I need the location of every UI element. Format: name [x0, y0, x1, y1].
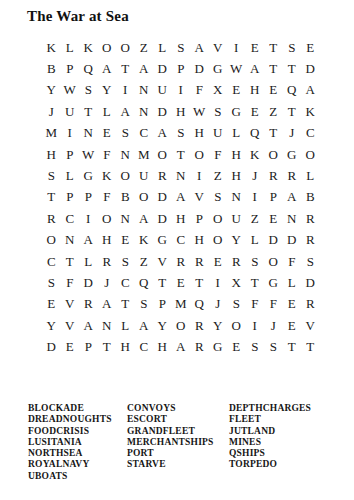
grid-cell-r11c3: L [79, 251, 98, 272]
grid-cell-r14c13: J [264, 315, 283, 336]
grid-cell-r4c2: U [61, 101, 80, 122]
grid-cell-r15c14: T [283, 336, 302, 357]
grid-cell-r10c13: D [264, 230, 283, 251]
grid-cell-r15c2: E [61, 336, 80, 357]
grid-cell-r11c8: R [172, 251, 191, 272]
word-list-column-3: DEPTHCHARGESFLEETJUTLANDMINESQSHIPSTORPE… [229, 403, 311, 471]
grid-cell-r5c9: H [190, 123, 209, 144]
grid-cell-r9c4: O [98, 208, 117, 229]
grid-cell-r13c8: M [172, 294, 191, 315]
grid-cell-r10c15: R [301, 230, 320, 251]
grid-cell-r2c11: W [227, 58, 246, 79]
grid-cell-r5c4: E [98, 123, 117, 144]
word-list-item: NORTHSEA [28, 448, 112, 459]
grid-cell-r4c12: E [246, 101, 265, 122]
grid-cell-r10c11: Y [227, 230, 246, 251]
grid-cell-r14c2: V [61, 315, 80, 336]
grid-cell-r12c11: X [227, 272, 246, 293]
grid-cell-r1c14: S [283, 37, 302, 58]
grid-cell-r5c15: C [301, 123, 320, 144]
grid-cell-r2c13: T [264, 58, 283, 79]
word-list-item: DEPTHCHARGES [229, 403, 311, 414]
grid-cell-r1c6: Z [135, 37, 154, 58]
grid-cell-r13c9: Q [190, 294, 209, 315]
grid-cell-r8c3: P [79, 187, 98, 208]
word-list-item: DREADNOUGHTS [28, 414, 112, 425]
grid-cell-r5c13: T [264, 123, 283, 144]
grid-cell-r9c3: I [79, 208, 98, 229]
grid-cell-r12c14: L [283, 272, 302, 293]
grid-cell-r13c2: V [61, 294, 80, 315]
grid-cell-r7c15: L [301, 165, 320, 186]
grid-cell-r3c3: S [79, 80, 98, 101]
grid-cell-r7c10: Z [209, 165, 228, 186]
grid-cell-r1c13: T [264, 37, 283, 58]
grid-cell-r9c13: E [264, 208, 283, 229]
grid-cell-r13c6: S [135, 294, 154, 315]
grid-cell-r9c2: C [61, 208, 80, 229]
grid-cell-r15c12: S [246, 336, 265, 357]
grid-cell-r9c11: U [227, 208, 246, 229]
grid-cell-r11c5: S [116, 251, 135, 272]
grid-cell-r3c1: Y [42, 80, 61, 101]
word-search-grid: KLKOOZLSAVIETSEBPQATADPDGWATTDYWSYINUIFX… [42, 37, 320, 358]
word-list-item: JUTLAND [229, 426, 311, 437]
grid-cell-r6c15: O [301, 144, 320, 165]
grid-cell-r6c2: P [61, 144, 80, 165]
grid-cell-r5c5: S [116, 123, 135, 144]
grid-cell-r5c8: S [172, 123, 191, 144]
grid-cell-r15c6: C [135, 336, 154, 357]
grid-cell-r2c2: P [61, 58, 80, 79]
grid-cell-r10c4: H [98, 230, 117, 251]
word-list-item: STARVE [127, 459, 214, 470]
grid-cell-r4c11: G [227, 101, 246, 122]
grid-cell-r4c6: N [135, 101, 154, 122]
grid-cell-r5c1: M [42, 123, 61, 144]
grid-cell-r1c2: L [61, 37, 80, 58]
grid-cell-r4c1: J [42, 101, 61, 122]
grid-cell-r3c9: F [190, 80, 209, 101]
grid-cell-r12c2: F [61, 272, 80, 293]
grid-cell-r8c12: I [246, 187, 265, 208]
grid-cell-r14c15: V [301, 315, 320, 336]
grid-cell-r7c11: H [227, 165, 246, 186]
grid-cell-r10c7: G [153, 230, 172, 251]
grid-cell-r2c12: A [246, 58, 265, 79]
grid-cell-r2c9: D [190, 58, 209, 79]
grid-cell-r8c15: B [301, 187, 320, 208]
word-list-item: LUSITANIA [28, 437, 112, 448]
grid-cell-r7c14: R [283, 165, 302, 186]
grid-cell-r8c5: B [116, 187, 135, 208]
grid-cell-r14c10: Y [209, 315, 228, 336]
grid-cell-r3c5: I [116, 80, 135, 101]
grid-cell-r3c12: H [246, 80, 265, 101]
grid-cell-r6c4: F [98, 144, 117, 165]
grid-cell-r10c14: D [283, 230, 302, 251]
grid-cell-r5c10: U [209, 123, 228, 144]
grid-cell-r15c3: P [79, 336, 98, 357]
grid-cell-r6c11: H [227, 144, 246, 165]
grid-cell-r3c14: Q [283, 80, 302, 101]
grid-cell-r3c4: Y [98, 80, 117, 101]
grid-cell-r8c2: P [61, 187, 80, 208]
grid-cell-r14c7: Y [153, 315, 172, 336]
grid-cell-r2c7: D [153, 58, 172, 79]
grid-cell-r5c12: Q [246, 123, 265, 144]
grid-cell-r15c15: T [301, 336, 320, 357]
grid-cell-r9c10: O [209, 208, 228, 229]
grid-cell-r11c11: R [227, 251, 246, 272]
grid-cell-r10c10: O [209, 230, 228, 251]
grid-cell-r1c1: K [42, 37, 61, 58]
grid-cell-r10c1: O [42, 230, 61, 251]
grid-cell-r10c9: H [190, 230, 209, 251]
grid-cell-r8c10: S [209, 187, 228, 208]
grid-cell-r3c10: X [209, 80, 228, 101]
word-list-item: MERCHANTSHIPS [127, 437, 214, 448]
grid-cell-r12c15: D [301, 272, 320, 293]
grid-cell-r1c4: O [98, 37, 117, 58]
grid-cell-r15c11: E [227, 336, 246, 357]
grid-cell-r12c9: T [190, 272, 209, 293]
grid-cell-r9c14: N [283, 208, 302, 229]
grid-cell-r6c3: W [79, 144, 98, 165]
grid-cell-r5c2: I [61, 123, 80, 144]
grid-cell-r2c5: T [116, 58, 135, 79]
grid-cell-r12c12: T [246, 272, 265, 293]
grid-cell-r10c8: C [172, 230, 191, 251]
grid-cell-r12c7: T [153, 272, 172, 293]
grid-cell-r9c5: N [116, 208, 135, 229]
grid-cell-r6c1: H [42, 144, 61, 165]
grid-cell-r4c8: H [172, 101, 191, 122]
grid-cell-r2c6: A [135, 58, 154, 79]
grid-cell-r13c4: A [98, 294, 117, 315]
grid-cell-r15c13: S [264, 336, 283, 357]
grid-cell-r11c13: O [264, 251, 283, 272]
word-list-item: CONVOYS [127, 403, 214, 414]
word-list-item: QSHIPS [229, 448, 311, 459]
grid-cell-r12c4: J [98, 272, 117, 293]
page: { "game": "word-search", "title": "The W… [0, 0, 354, 500]
grid-cell-r12c8: E [172, 272, 191, 293]
grid-cell-r7c2: L [61, 165, 80, 186]
grid-cell-r11c15: S [301, 251, 320, 272]
grid-cell-r7c1: S [42, 165, 61, 186]
grid-cell-r7c12: J [246, 165, 265, 186]
grid-cell-r4c9: W [190, 101, 209, 122]
grid-cell-r11c10: E [209, 251, 228, 272]
grid-cell-r4c10: S [209, 101, 228, 122]
grid-cell-r3c6: N [135, 80, 154, 101]
grid-cell-r11c12: S [246, 251, 265, 272]
grid-cell-r7c13: R [264, 165, 283, 186]
grid-cell-r14c8: O [172, 315, 191, 336]
grid-cell-r15c8: A [172, 336, 191, 357]
grid-cell-r9c15: R [301, 208, 320, 229]
grid-cell-r7c4: K [98, 165, 117, 186]
grid-cell-r14c4: N [98, 315, 117, 336]
grid-cell-r1c5: O [116, 37, 135, 58]
grid-cell-r13c3: R [79, 294, 98, 315]
grid-cell-r2c15: D [301, 58, 320, 79]
word-list-item: ROYALNAVY [28, 459, 112, 470]
grid-cell-r10c2: N [61, 230, 80, 251]
grid-cell-r2c8: P [172, 58, 191, 79]
grid-cell-r5c14: J [283, 123, 302, 144]
word-list-item: UBOATS [28, 471, 112, 482]
grid-cell-r14c11: O [227, 315, 246, 336]
grid-cell-r14c6: A [135, 315, 154, 336]
grid-cell-r14c12: I [246, 315, 265, 336]
grid-cell-r3c13: E [264, 80, 283, 101]
grid-cell-r4c14: T [283, 101, 302, 122]
grid-cell-r6c6: M [135, 144, 154, 165]
grid-cell-r8c8: A [172, 187, 191, 208]
puzzle-title: The War at Sea [27, 8, 129, 25]
grid-cell-r4c5: A [116, 101, 135, 122]
grid-cell-r3c2: W [61, 80, 80, 101]
word-list-column-2: CONVOYSESCORTGRANDFLEETMERCHANTSHIPSPORT… [127, 403, 214, 471]
grid-cell-r3c7: U [153, 80, 172, 101]
grid-cell-r13c5: T [116, 294, 135, 315]
grid-cell-r2c10: G [209, 58, 228, 79]
grid-cell-r14c1: Y [42, 315, 61, 336]
grid-cell-r1c7: L [153, 37, 172, 58]
grid-cell-r6c9: O [190, 144, 209, 165]
grid-cell-r15c10: G [209, 336, 228, 357]
grid-cell-r11c6: Z [135, 251, 154, 272]
grid-cell-r9c7: D [153, 208, 172, 229]
grid-cell-r15c7: H [153, 336, 172, 357]
grid-cell-r12c13: G [264, 272, 283, 293]
grid-cell-r11c1: C [42, 251, 61, 272]
grid-cell-r2c3: Q [79, 58, 98, 79]
grid-cell-r1c12: E [246, 37, 265, 58]
grid-cell-r4c3: T [79, 101, 98, 122]
grid-cell-r4c7: D [153, 101, 172, 122]
grid-cell-r10c5: E [116, 230, 135, 251]
grid-cell-r6c14: G [283, 144, 302, 165]
grid-cell-r4c15: K [301, 101, 320, 122]
grid-cell-r10c3: A [79, 230, 98, 251]
grid-cell-r7c6: U [135, 165, 154, 186]
grid-cell-r2c1: B [42, 58, 61, 79]
grid-cell-r13c14: E [283, 294, 302, 315]
grid-cell-r12c10: I [209, 272, 228, 293]
grid-cell-r12c3: D [79, 272, 98, 293]
grid-cell-r13c7: P [153, 294, 172, 315]
grid-cell-r1c11: I [227, 37, 246, 58]
grid-cell-r9c1: R [42, 208, 61, 229]
grid-cell-r14c5: L [116, 315, 135, 336]
grid-cell-r8c9: V [190, 187, 209, 208]
word-list-item: FOODCRISIS [28, 426, 112, 437]
grid-cell-r7c7: R [153, 165, 172, 186]
word-list-item: GRANDFLEET [127, 426, 214, 437]
grid-cell-r6c5: N [116, 144, 135, 165]
grid-cell-r8c11: N [227, 187, 246, 208]
grid-cell-r9c9: P [190, 208, 209, 229]
grid-cell-r1c10: V [209, 37, 228, 58]
grid-cell-r9c12: Z [246, 208, 265, 229]
grid-cell-r5c3: N [79, 123, 98, 144]
grid-cell-r5c11: L [227, 123, 246, 144]
grid-cell-r5c7: A [153, 123, 172, 144]
word-list-column-1: BLOCKADEDREADNOUGHTSFOODCRISISLUSITANIAN… [28, 403, 112, 482]
grid-cell-r11c7: V [153, 251, 172, 272]
grid-cell-r8c6: O [135, 187, 154, 208]
word-list-item: TORPEDO [229, 459, 311, 470]
grid-cell-r15c5: H [116, 336, 135, 357]
grid-cell-r1c15: E [301, 37, 320, 58]
grid-cell-r14c9: R [190, 315, 209, 336]
grid-cell-r9c8: H [172, 208, 191, 229]
grid-cell-r8c7: D [153, 187, 172, 208]
grid-cell-r10c12: L [246, 230, 265, 251]
grid-cell-r11c14: F [283, 251, 302, 272]
grid-cell-r12c1: S [42, 272, 61, 293]
grid-cell-r8c4: F [98, 187, 117, 208]
grid-cell-r13c13: F [264, 294, 283, 315]
grid-cell-r5c6: C [135, 123, 154, 144]
grid-cell-r1c9: A [190, 37, 209, 58]
grid-cell-r2c4: A [98, 58, 117, 79]
grid-cell-r6c7: O [153, 144, 172, 165]
grid-cell-r1c8: S [172, 37, 191, 58]
word-list-item: MINES [229, 437, 311, 448]
grid-cell-r8c13: P [264, 187, 283, 208]
grid-cell-r7c9: I [190, 165, 209, 186]
grid-cell-r13c11: S [227, 294, 246, 315]
grid-cell-r7c8: N [172, 165, 191, 186]
word-list-item: BLOCKADE [28, 403, 112, 414]
grid-cell-r6c8: T [172, 144, 191, 165]
grid-cell-r7c5: O [116, 165, 135, 186]
word-list-item: ESCORT [127, 414, 214, 425]
word-list-item: PORT [127, 448, 214, 459]
grid-cell-r7c3: G [79, 165, 98, 186]
grid-cell-r3c15: A [301, 80, 320, 101]
grid-cell-r12c6: Q [135, 272, 154, 293]
grid-cell-r13c10: J [209, 294, 228, 315]
grid-cell-r6c12: K [246, 144, 265, 165]
grid-cell-r12c5: C [116, 272, 135, 293]
grid-cell-r14c3: A [79, 315, 98, 336]
grid-cell-r15c1: D [42, 336, 61, 357]
grid-cell-r10c6: K [135, 230, 154, 251]
grid-cell-r4c13: Z [264, 101, 283, 122]
grid-cell-r3c8: I [172, 80, 191, 101]
grid-cell-r3c11: E [227, 80, 246, 101]
grid-cell-r8c14: A [283, 187, 302, 208]
grid-cell-r8c1: T [42, 187, 61, 208]
grid-cell-r11c9: R [190, 251, 209, 272]
grid-cell-r13c1: E [42, 294, 61, 315]
grid-cell-r13c15: R [301, 294, 320, 315]
grid-cell-r2c14: T [283, 58, 302, 79]
grid-cell-r1c3: K [79, 37, 98, 58]
grid-cell-r11c4: R [98, 251, 117, 272]
word-list-item: FLEET [229, 414, 311, 425]
grid-cell-r14c14: E [283, 315, 302, 336]
grid-cell-r4c4: L [98, 101, 117, 122]
grid-cell-r11c2: T [61, 251, 80, 272]
grid-cell-r9c6: A [135, 208, 154, 229]
grid-cell-r15c9: R [190, 336, 209, 357]
grid-cell-r6c10: F [209, 144, 228, 165]
grid-cell-r6c13: O [264, 144, 283, 165]
grid-cell-r13c12: F [246, 294, 265, 315]
grid-cell-r15c4: T [98, 336, 117, 357]
